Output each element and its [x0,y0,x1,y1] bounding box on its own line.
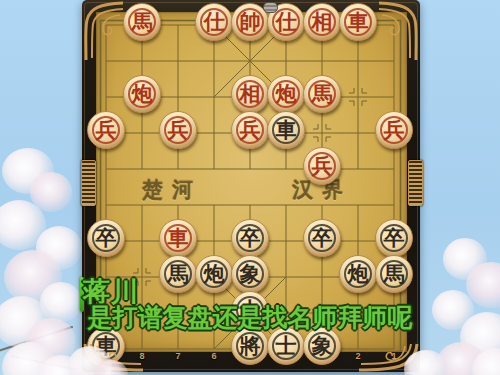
side-ornament-panel [408,160,423,206]
piece-character: 車 [168,227,189,248]
piece-black-soldier[interactable]: 卒 [303,219,341,257]
menu-button[interactable] [263,2,278,13]
piece-character: 兵 [96,119,117,140]
piece-character: 士 [276,335,297,356]
file-number: 2 [352,351,364,361]
piece-character: 兵 [312,155,333,176]
piece-character: 卒 [312,227,333,248]
caption-text: 是打谱复盘还是找名师拜师呢 [88,301,413,334]
piece-black-horse[interactable]: 馬 [375,255,413,293]
piece-character: 象 [240,263,261,284]
piece-black-soldier[interactable]: 卒 [87,219,125,257]
piece-black-cannon[interactable]: 炮 [195,255,233,293]
piece-character: 炮 [132,83,153,104]
piece-character: 馬 [384,263,405,284]
river-label-chu: 楚河 [142,176,202,204]
piece-red-soldier[interactable]: 兵 [375,111,413,149]
piece-red-soldier[interactable]: 兵 [231,111,269,149]
piece-red-advisor[interactable]: 仕 [195,3,233,41]
piece-character: 炮 [276,83,297,104]
piece-character: 相 [312,11,333,32]
piece-black-elephant[interactable]: 象 [231,255,269,293]
piece-character: 仕 [204,11,225,32]
piece-red-horse[interactable]: 馬 [123,3,161,41]
file-number: 8 [136,351,148,361]
piece-character: 帥 [240,11,261,32]
piece-black-soldier[interactable]: 卒 [231,219,269,257]
piece-red-soldier[interactable]: 兵 [159,111,197,149]
piece-red-elephant[interactable]: 相 [231,75,269,113]
piece-red-elephant[interactable]: 相 [303,3,341,41]
piece-red-soldier[interactable]: 兵 [87,111,125,149]
piece-character: 將 [240,335,261,356]
piece-character: 象 [312,335,333,356]
piece-character: 馬 [312,83,333,104]
file-number: 7 [172,351,184,361]
piece-character: 卒 [384,227,405,248]
piece-red-horse[interactable]: 馬 [303,75,341,113]
piece-character: 兵 [384,119,405,140]
piece-character: 車 [348,11,369,32]
piece-red-cannon[interactable]: 炮 [267,75,305,113]
piece-red-chariot[interactable]: 車 [159,219,197,257]
piece-character: 炮 [204,263,225,284]
piece-character: 馬 [168,263,189,284]
piece-character: 兵 [240,119,261,140]
piece-character: 炮 [348,263,369,284]
file-number: 1 [388,351,400,361]
file-number: 6 [208,351,220,361]
piece-black-cannon[interactable]: 炮 [339,255,377,293]
app-screen: 楚河 汉界 [0,0,500,375]
piece-character: 車 [276,119,297,140]
piece-red-cannon[interactable]: 炮 [123,75,161,113]
side-ornament-panel [81,160,96,206]
piece-character: 仕 [276,11,297,32]
piece-character: 卒 [240,227,261,248]
piece-black-soldier[interactable]: 卒 [375,219,413,257]
piece-character: 兵 [168,119,189,140]
piece-character: 相 [240,83,261,104]
piece-red-chariot[interactable]: 車 [339,3,377,41]
piece-character: 卒 [96,227,117,248]
piece-red-soldier[interactable]: 兵 [303,147,341,185]
piece-black-horse[interactable]: 馬 [159,255,197,293]
piece-character: 馬 [132,11,153,32]
piece-black-chariot[interactable]: 車 [267,111,305,149]
